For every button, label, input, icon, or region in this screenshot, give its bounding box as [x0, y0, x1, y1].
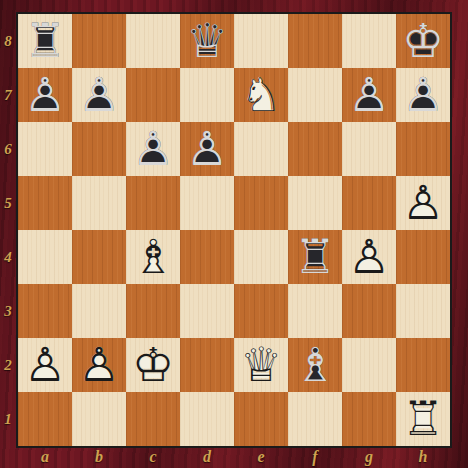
black-pawn-b7: ♟♙	[72, 68, 126, 122]
queen-outline-icon: ♕	[234, 338, 288, 392]
pawn-outline-icon: ♙	[72, 338, 126, 392]
black-pawn-h7: ♟♙	[396, 68, 450, 122]
square-a4[interactable]	[18, 230, 72, 284]
bishop-outline-icon: ♗	[288, 338, 342, 392]
file-label-d: d	[180, 446, 234, 468]
square-e8[interactable]	[234, 14, 288, 68]
black-pawn-c6: ♟♙	[126, 122, 180, 176]
file-label-e: e	[234, 446, 288, 468]
rook-outline-icon: ♖	[18, 14, 72, 68]
white-bishop-c4: ♝♗	[126, 230, 180, 284]
square-f3[interactable]	[288, 284, 342, 338]
square-e3[interactable]	[234, 284, 288, 338]
square-g3[interactable]	[342, 284, 396, 338]
square-c3[interactable]	[126, 284, 180, 338]
square-f7[interactable]	[288, 68, 342, 122]
square-f1[interactable]	[288, 392, 342, 446]
square-a1[interactable]	[18, 392, 72, 446]
king-outline-icon: ♔	[396, 14, 450, 68]
black-pawn-a7: ♟♙	[18, 68, 72, 122]
rook-outline-icon: ♖	[288, 230, 342, 284]
square-a5[interactable]	[18, 176, 72, 230]
white-queen-e2: ♛♕	[234, 338, 288, 392]
white-pawn-g4: ♟♙	[342, 230, 396, 284]
pawn-outline-icon: ♙	[342, 230, 396, 284]
square-e2[interactable]: ♛♕	[234, 338, 288, 392]
square-g1[interactable]	[342, 392, 396, 446]
square-h6[interactable]	[396, 122, 450, 176]
file-label-a: a	[18, 446, 72, 468]
square-e4[interactable]	[234, 230, 288, 284]
file-label-h: h	[396, 446, 450, 468]
pawn-outline-icon: ♙	[396, 68, 450, 122]
square-h7[interactable]: ♟♙	[396, 68, 450, 122]
square-h1[interactable]: ♜♖	[396, 392, 450, 446]
square-d7[interactable]	[180, 68, 234, 122]
square-a7[interactable]: ♟♙	[18, 68, 72, 122]
file-label-f: f	[288, 446, 342, 468]
square-h8[interactable]: ♚♔	[396, 14, 450, 68]
file-label-b: b	[72, 446, 126, 468]
file-label-g: g	[342, 446, 396, 468]
square-f8[interactable]	[288, 14, 342, 68]
white-pawn-a2: ♟♙	[18, 338, 72, 392]
square-h4[interactable]	[396, 230, 450, 284]
square-d1[interactable]	[180, 392, 234, 446]
square-a6[interactable]	[18, 122, 72, 176]
square-d4[interactable]	[180, 230, 234, 284]
white-rook-h1: ♜♖	[396, 392, 450, 446]
chess-board: ♜♖♛♕♚♔♟♙♟♙♞♘♟♙♟♙♟♙♟♙♟♙♝♗♜♖♟♙♟♙♟♙♚♔♛♕♝♗♜♖	[16, 12, 452, 448]
square-a3[interactable]	[18, 284, 72, 338]
square-b8[interactable]	[72, 14, 126, 68]
square-g5[interactable]	[342, 176, 396, 230]
square-e6[interactable]	[234, 122, 288, 176]
square-b2[interactable]: ♟♙	[72, 338, 126, 392]
black-pawn-g7: ♟♙	[342, 68, 396, 122]
square-e7[interactable]: ♞♘	[234, 68, 288, 122]
rook-outline-icon: ♖	[396, 392, 450, 446]
pawn-outline-icon: ♙	[72, 68, 126, 122]
square-a8[interactable]: ♜♖	[18, 14, 72, 68]
square-g2[interactable]	[342, 338, 396, 392]
pawn-outline-icon: ♙	[18, 68, 72, 122]
square-f6[interactable]	[288, 122, 342, 176]
square-a2[interactable]: ♟♙	[18, 338, 72, 392]
square-b7[interactable]: ♟♙	[72, 68, 126, 122]
square-c6[interactable]: ♟♙	[126, 122, 180, 176]
square-c4[interactable]: ♝♗	[126, 230, 180, 284]
pawn-outline-icon: ♙	[342, 68, 396, 122]
rank-label-1: 1	[0, 392, 16, 446]
rank-label-2: 2	[0, 338, 16, 392]
square-e1[interactable]	[234, 392, 288, 446]
square-c5[interactable]	[126, 176, 180, 230]
square-c1[interactable]	[126, 392, 180, 446]
white-knight-e7: ♞♘	[234, 68, 288, 122]
chess-app-window: ♜♖♛♕♚♔♟♙♟♙♞♘♟♙♟♙♟♙♟♙♟♙♝♗♜♖♟♙♟♙♟♙♚♔♛♕♝♗♜♖…	[0, 0, 468, 468]
square-e5[interactable]	[234, 176, 288, 230]
rank-label-8: 8	[0, 14, 16, 68]
square-d3[interactable]	[180, 284, 234, 338]
black-bishop-f2: ♝♗	[288, 338, 342, 392]
square-g4[interactable]: ♟♙	[342, 230, 396, 284]
square-g7[interactable]: ♟♙	[342, 68, 396, 122]
black-rook-f4: ♜♖	[288, 230, 342, 284]
square-b5[interactable]	[72, 176, 126, 230]
knight-outline-icon: ♘	[234, 68, 288, 122]
pawn-outline-icon: ♙	[396, 176, 450, 230]
square-h3[interactable]	[396, 284, 450, 338]
square-d2[interactable]	[180, 338, 234, 392]
square-b1[interactable]	[72, 392, 126, 446]
square-g8[interactable]	[342, 14, 396, 68]
black-rook-a8: ♜♖	[18, 14, 72, 68]
white-pawn-b2: ♟♙	[72, 338, 126, 392]
square-c2[interactable]: ♚♔	[126, 338, 180, 392]
white-king-c2: ♚♔	[126, 338, 180, 392]
square-f4[interactable]: ♜♖	[288, 230, 342, 284]
king-outline-icon: ♔	[126, 338, 180, 392]
white-pawn-h5: ♟♙	[396, 176, 450, 230]
square-d8[interactable]: ♛♕	[180, 14, 234, 68]
file-label-c: c	[126, 446, 180, 468]
square-b3[interactable]	[72, 284, 126, 338]
pawn-outline-icon: ♙	[126, 122, 180, 176]
rank-label-4: 4	[0, 230, 16, 284]
square-b4[interactable]	[72, 230, 126, 284]
black-king-h8: ♚♔	[396, 14, 450, 68]
rank-label-5: 5	[0, 176, 16, 230]
square-b6[interactable]	[72, 122, 126, 176]
black-queen-d8: ♛♕	[180, 14, 234, 68]
rank-label-7: 7	[0, 68, 16, 122]
square-g6[interactable]	[342, 122, 396, 176]
square-f5[interactable]	[288, 176, 342, 230]
square-h2[interactable]	[396, 338, 450, 392]
square-d6[interactable]: ♟♙	[180, 122, 234, 176]
square-f2[interactable]: ♝♗	[288, 338, 342, 392]
square-c7[interactable]	[126, 68, 180, 122]
square-c8[interactable]	[126, 14, 180, 68]
square-d5[interactable]	[180, 176, 234, 230]
square-h5[interactable]: ♟♙	[396, 176, 450, 230]
rank-label-3: 3	[0, 284, 16, 338]
black-pawn-d6: ♟♙	[180, 122, 234, 176]
queen-outline-icon: ♕	[180, 14, 234, 68]
pawn-outline-icon: ♙	[18, 338, 72, 392]
rank-label-6: 6	[0, 122, 16, 176]
bishop-outline-icon: ♗	[126, 230, 180, 284]
pawn-outline-icon: ♙	[180, 122, 234, 176]
